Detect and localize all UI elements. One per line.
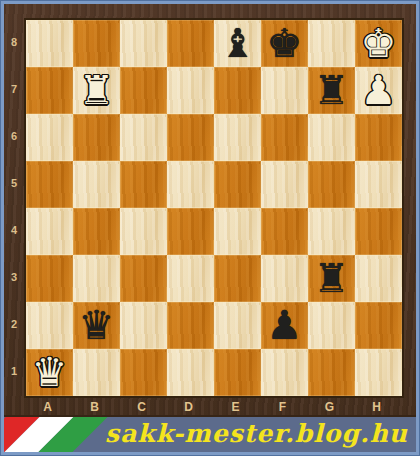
- square-e3[interactable]: [214, 255, 261, 302]
- black-rook-g7: ♜: [314, 70, 350, 110]
- square-d3[interactable]: [167, 255, 214, 302]
- square-f7[interactable]: [261, 67, 308, 114]
- square-d1[interactable]: [167, 349, 214, 396]
- square-f1[interactable]: [261, 349, 308, 396]
- square-h2[interactable]: [355, 302, 402, 349]
- square-c2[interactable]: [120, 302, 167, 349]
- square-e8[interactable]: ♝: [214, 20, 261, 67]
- square-f8[interactable]: ♚: [261, 20, 308, 67]
- file-label-e: E: [212, 398, 259, 415]
- square-g1[interactable]: [308, 349, 355, 396]
- square-b5[interactable]: [73, 161, 120, 208]
- square-c5[interactable]: [120, 161, 167, 208]
- file-labels: ABCDEFGH: [24, 398, 402, 415]
- square-g3[interactable]: ♜: [308, 255, 355, 302]
- square-a5[interactable]: [26, 161, 73, 208]
- square-h1[interactable]: [355, 349, 402, 396]
- square-f3[interactable]: [261, 255, 308, 302]
- square-f6[interactable]: [261, 114, 308, 161]
- square-f5[interactable]: [261, 161, 308, 208]
- board-frame: 87654321 ♝♚♚♜♜♟♜♛♟♛ ABCDEFGH: [4, 4, 416, 415]
- square-e5[interactable]: [214, 161, 261, 208]
- rank-label-3: 3: [4, 253, 24, 300]
- black-pawn-f2: ♟: [267, 305, 303, 345]
- square-c4[interactable]: [120, 208, 167, 255]
- square-g5[interactable]: [308, 161, 355, 208]
- file-label-d: D: [165, 398, 212, 415]
- square-b6[interactable]: [73, 114, 120, 161]
- square-c6[interactable]: [120, 114, 167, 161]
- white-queen-a1: ♛: [32, 352, 68, 392]
- square-h6[interactable]: [355, 114, 402, 161]
- rank-label-7: 7: [4, 65, 24, 112]
- square-d7[interactable]: [167, 67, 214, 114]
- white-rook-b7: ♜: [79, 70, 115, 110]
- square-g6[interactable]: [308, 114, 355, 161]
- file-label-a: A: [24, 398, 71, 415]
- square-b8[interactable]: [73, 20, 120, 67]
- square-f2[interactable]: ♟: [261, 302, 308, 349]
- square-h3[interactable]: [355, 255, 402, 302]
- square-d5[interactable]: [167, 161, 214, 208]
- square-g2[interactable]: [308, 302, 355, 349]
- white-king-h8: ♚: [361, 23, 397, 63]
- rank-labels: 87654321: [4, 18, 24, 398]
- site-watermark: sakk-mester.blog.hu: [105, 419, 408, 448]
- black-queen-b2: ♛: [79, 305, 115, 345]
- square-d6[interactable]: [167, 114, 214, 161]
- square-e7[interactable]: [214, 67, 261, 114]
- footer-banner: sakk-mester.blog.hu: [4, 415, 416, 452]
- square-a1[interactable]: ♛: [26, 349, 73, 396]
- black-king-f8: ♚: [267, 23, 303, 63]
- square-b1[interactable]: [73, 349, 120, 396]
- square-f4[interactable]: [261, 208, 308, 255]
- square-c3[interactable]: [120, 255, 167, 302]
- square-a7[interactable]: [26, 67, 73, 114]
- file-label-h: H: [353, 398, 400, 415]
- rank-label-1: 1: [4, 347, 24, 394]
- square-h7[interactable]: ♟: [355, 67, 402, 114]
- rank-label-2: 2: [4, 300, 24, 347]
- square-d4[interactable]: [167, 208, 214, 255]
- rank-label-8: 8: [4, 18, 24, 65]
- square-b7[interactable]: ♜: [73, 67, 120, 114]
- square-h4[interactable]: [355, 208, 402, 255]
- file-label-c: C: [118, 398, 165, 415]
- square-b2[interactable]: ♛: [73, 302, 120, 349]
- file-label-g: G: [306, 398, 353, 415]
- file-label-b: B: [71, 398, 118, 415]
- black-bishop-e8: ♝: [220, 23, 256, 63]
- square-c7[interactable]: [120, 67, 167, 114]
- rank-label-6: 6: [4, 112, 24, 159]
- square-d8[interactable]: [167, 20, 214, 67]
- square-b3[interactable]: [73, 255, 120, 302]
- square-a6[interactable]: [26, 114, 73, 161]
- chess-diagram: 87654321 ♝♚♚♜♜♟♜♛♟♛ ABCDEFGH sakk-mester…: [0, 0, 420, 456]
- square-a8[interactable]: [26, 20, 73, 67]
- square-g7[interactable]: ♜: [308, 67, 355, 114]
- square-a4[interactable]: [26, 208, 73, 255]
- rank-label-5: 5: [4, 159, 24, 206]
- square-a3[interactable]: [26, 255, 73, 302]
- square-h5[interactable]: [355, 161, 402, 208]
- square-e6[interactable]: [214, 114, 261, 161]
- white-pawn-h7: ♟: [361, 70, 397, 110]
- square-g4[interactable]: [308, 208, 355, 255]
- square-b4[interactable]: [73, 208, 120, 255]
- square-c8[interactable]: [120, 20, 167, 67]
- square-a2[interactable]: [26, 302, 73, 349]
- square-e2[interactable]: [214, 302, 261, 349]
- square-h8[interactable]: ♚: [355, 20, 402, 67]
- square-g8[interactable]: [308, 20, 355, 67]
- square-e1[interactable]: [214, 349, 261, 396]
- file-label-f: F: [259, 398, 306, 415]
- black-rook-g3: ♜: [314, 258, 350, 298]
- square-d2[interactable]: [167, 302, 214, 349]
- chess-board: ♝♚♚♜♜♟♜♛♟♛: [24, 18, 404, 398]
- rank-label-4: 4: [4, 206, 24, 253]
- square-e4[interactable]: [214, 208, 261, 255]
- square-c1[interactable]: [120, 349, 167, 396]
